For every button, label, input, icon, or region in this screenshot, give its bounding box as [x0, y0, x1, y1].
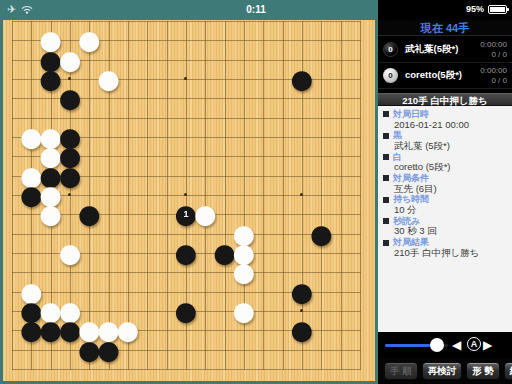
black-stone: ● [292, 69, 311, 88]
move-number-label: 1 [176, 205, 195, 224]
black-stone: ● [176, 301, 195, 320]
white-stone-icon: 0 [383, 68, 398, 83]
player-time: 0:00:00 0 / 0 [480, 40, 507, 60]
white-stone: ● [234, 263, 253, 282]
star-point [68, 193, 71, 196]
black-stone: ● [292, 282, 311, 301]
black-stone: ● [41, 321, 60, 340]
white-stone: ● [118, 321, 137, 340]
player-row-black: 0 武礼葉(5段*) 0:00:00 0 / 0 [378, 37, 512, 63]
black-stone: ● [99, 340, 118, 359]
keisei-button[interactable]: 形 勢 [466, 362, 500, 380]
star-point [300, 193, 303, 196]
player-name: coretto(5段*) [405, 69, 480, 82]
info-item: 対局条件 互先 (6目) [378, 173, 512, 194]
star-point [68, 77, 71, 80]
board-pane: ●●●●●●●●●●●●●●●●●●●●●1●●●●●●●●●●●●●●●●●●… [0, 20, 378, 384]
player-row-white: 0 coretto(5段*) 0:00:00 0 / 0 [378, 63, 512, 89]
shuryo-button[interactable]: 終 了 [504, 362, 512, 380]
player-clock: 0:00:00 [480, 40, 507, 50]
app-screen: ●●●●●●●●●●●●●●●●●●●●●1●●●●●●●●●●●●●●●●●●… [0, 0, 512, 384]
player-name: 武礼葉(5段*) [405, 43, 480, 56]
prev-move-button[interactable]: ◀ [452, 337, 461, 353]
white-stone: ● [22, 127, 41, 146]
black-stone: ● [292, 321, 311, 340]
black-stone: ●1 [176, 205, 195, 224]
playback-controls: ◀ A ▶ [378, 332, 512, 358]
list-bullet-icon [383, 240, 389, 246]
goban[interactable]: ●●●●●●●●●●●●●●●●●●●●●1●●●●●●●●●●●●●●●●●●… [3, 20, 370, 379]
tejun-button[interactable]: 手 順 [384, 362, 418, 380]
slider-knob[interactable] [430, 338, 444, 352]
button-bar: 手 順 再検討 形 勢 終 了 [378, 358, 512, 384]
black-stone: ● [22, 321, 41, 340]
player-periods: 0 / 0 [480, 76, 507, 86]
info-item: 秒読み 30 秒 3 回 [378, 216, 512, 237]
star-point [300, 309, 303, 312]
info-item: 対局結果 210手 白中押し勝ち [378, 237, 512, 258]
star-point [184, 193, 187, 196]
info-item: 白 coretto (5段*) [378, 152, 512, 173]
info-item: 対局日時 2016-01-21 00:00 [378, 109, 512, 130]
black-stone-icon: 0 [383, 42, 398, 57]
goban-wood: ●●●●●●●●●●●●●●●●●●●●●1●●●●●●●●●●●●●●●●●●… [3, 20, 375, 381]
status-time: 0:11 [0, 4, 512, 15]
black-stone: ● [60, 321, 79, 340]
saikento-button[interactable]: 再検討 [422, 362, 463, 380]
battery: 95% [466, 4, 507, 14]
black-stone: ● [60, 166, 79, 185]
status-bar: ✈ 0:11 95% [0, 0, 512, 20]
current-move-header: 現在 44手 [378, 20, 512, 36]
player-list: 0 武礼葉(5段*) 0:00:00 0 / 0 0 coretto(5段*) … [378, 37, 512, 89]
black-stone: ● [60, 89, 79, 108]
black-stone: ● [215, 243, 234, 262]
list-bullet-icon [383, 133, 389, 139]
black-stone: ● [80, 205, 99, 224]
white-stone: ● [99, 69, 118, 88]
black-stone: ● [80, 340, 99, 359]
next-move-button[interactable]: ▶ [483, 337, 492, 353]
battery-percent: 95% [466, 4, 484, 14]
result-header: 210手 白中押し勝ち [378, 93, 512, 106]
star-point [184, 77, 187, 80]
info-value: 210手 白中押し勝ち [378, 248, 512, 259]
white-stone: ● [196, 205, 215, 224]
player-clock: 0:00:00 [480, 66, 507, 76]
white-stone: ● [41, 205, 60, 224]
white-stone: ● [80, 31, 99, 50]
info-list: 対局日時 2016-01-21 00:00 黒 武礼葉 (5段*) 白 core… [378, 106, 512, 332]
info-item: 黒 武礼葉 (5段*) [378, 130, 512, 151]
white-stone: ● [234, 301, 253, 320]
black-stone: ● [41, 69, 60, 88]
battery-icon [488, 5, 507, 14]
white-stone: ● [60, 243, 79, 262]
black-stone: ● [312, 224, 331, 243]
list-bullet-icon [383, 154, 389, 160]
autoplay-button[interactable]: A [467, 337, 481, 351]
side-panel: 現在 44手 0 武礼葉(5段*) 0:00:00 0 / 0 0 corett… [378, 20, 512, 384]
info-item: 持ち時間 10 分 [378, 195, 512, 216]
black-stone: ● [22, 185, 41, 204]
white-stone: ● [60, 50, 79, 69]
list-bullet-icon [383, 111, 389, 117]
list-bullet-icon [383, 218, 389, 224]
player-periods: 0 / 0 [480, 50, 507, 60]
black-stone: ● [176, 243, 195, 262]
list-bullet-icon [383, 197, 389, 203]
player-time: 0:00:00 0 / 0 [480, 66, 507, 86]
list-bullet-icon [383, 175, 389, 181]
